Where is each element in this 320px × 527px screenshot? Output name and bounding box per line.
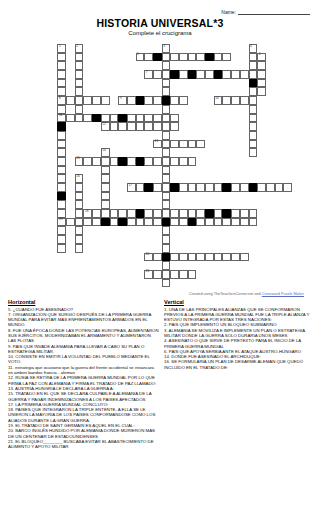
letter-cell[interactable] [162,61,171,70]
clue-number: 21 [146,270,150,273]
letter-cell[interactable] [249,61,258,70]
letter-cell[interactable] [153,218,162,227]
letter-cell[interactable] [136,122,145,131]
vertical-clues: Vertical 1. UNA DE LAS PRINCIPALES ALIAN… [164,299,316,450]
letter-cell[interactable] [240,209,249,218]
black-space-cell [144,183,153,192]
letter-cell[interactable] [162,79,171,88]
letter-cell[interactable] [75,183,84,192]
letter-cell[interactable] [222,70,231,79]
letter-cell[interactable] [75,226,84,235]
letter-cell[interactable] [179,253,188,262]
letter-cell[interactable] [188,157,197,166]
letter-cell[interactable] [110,122,119,131]
letter-cell[interactable] [196,253,205,262]
clue-item: 9. PAÍS QUE INVADE ALEMANIA PARA LLEVAR … [8,344,160,355]
letter-cell[interactable] [75,218,84,227]
letter-cell[interactable] [214,183,223,192]
clue-number: 17 [128,184,132,187]
letter-cell[interactable]: 11 [57,114,66,123]
letter-cell[interactable]: 14 [101,148,110,157]
letter-cell[interactable] [162,270,171,279]
clue-item: 4. ASESINATO O QUE SIRVE DE PRETEXTO PAR… [164,338,316,349]
clue-item: 16. SE FORMULARÍA UN PLAN DE DESARME ALE… [164,359,316,370]
letter-cell[interactable] [83,96,92,105]
letter-cell[interactable] [75,235,84,244]
letter-cell[interactable] [75,79,84,88]
black-space-cell [57,192,66,201]
letter-cell[interactable]: 17 [127,183,136,192]
letter-cell[interactable] [57,200,66,209]
letter-cell[interactable] [162,105,171,114]
letter-cell[interactable] [214,253,223,262]
black-space-cell [136,157,145,166]
letter-cell[interactable] [266,183,275,192]
black-space-cell [136,209,145,218]
letter-cell[interactable] [162,235,171,244]
letter-cell[interactable]: 19 [57,218,66,227]
credit-text: Created using TheTeachersCorner.net and [189,292,261,296]
letter-cell[interactable] [170,53,179,62]
letter-cell[interactable] [179,70,188,79]
letter-cell[interactable] [57,53,66,62]
letter-cell[interactable] [92,209,101,218]
letter-cell[interactable] [153,96,162,105]
letter-cell[interactable] [162,279,171,288]
clue-number: 15 [76,157,80,160]
letter-cell[interactable] [240,218,249,227]
letter-cell[interactable] [170,114,179,123]
letter-cell[interactable] [249,148,258,157]
letter-cell[interactable] [249,209,258,218]
black-space-cell [162,218,171,227]
letter-cell[interactable] [57,70,66,79]
letter-cell[interactable] [144,209,153,218]
letter-cell[interactable] [196,218,205,227]
clue-number: 19 [59,218,63,221]
clue-number: 4 [250,45,252,48]
letter-cell[interactable] [162,166,171,175]
letter-cell[interactable] [162,226,171,235]
black-space-cell [101,218,110,227]
letter-cell[interactable] [57,235,66,244]
letter-cell[interactable] [162,200,171,209]
black-space-cell [222,209,231,218]
letter-cell[interactable] [57,244,66,253]
clue-number: 11 [59,114,62,117]
letter-cell[interactable] [170,96,179,105]
clue-number: 1 [59,45,61,48]
letter-cell[interactable] [231,218,240,227]
horizontal-heading: Horizontal [8,299,160,305]
letter-cell[interactable] [144,53,153,62]
clue-item: 15. TRATADO EN EL QUE SE DECLARA CULPABL… [8,391,160,402]
letter-cell[interactable] [257,79,266,88]
letter-cell[interactable] [214,53,223,62]
horizontal-clue-list: 5. ¿CUÁNDO FUE ASESINADO?7. ORGANIZACIÓN… [8,307,160,450]
letter-cell[interactable] [110,209,119,218]
letter-cell[interactable] [179,140,188,149]
letter-cell[interactable] [153,122,162,131]
letter-cell[interactable] [101,96,110,105]
letter-cell[interactable] [57,157,66,166]
letter-cell[interactable] [257,61,266,70]
letter-cell[interactable] [144,96,153,105]
page-subtitle: Complete el crucigrama [0,30,320,36]
clue-number: 2 [76,45,78,48]
clue-item: 12. RUSIA SE RETIRA DE LA PRIMERA GUERRA… [8,375,160,386]
letter-cell[interactable] [75,70,84,79]
letter-cell[interactable] [188,183,197,192]
black-space-cell [118,218,127,227]
letter-cell[interactable] [83,114,92,123]
letter-cell[interactable] [196,209,205,218]
clue-item: 10. CONSISTE EN EMITIR LA VOLUNTAD DEL P… [8,354,160,365]
black-space-cell [170,70,179,79]
letter-cell[interactable] [249,122,258,131]
letter-cell[interactable] [196,70,205,79]
clue-number: 10 [215,97,219,100]
letter-cell[interactable] [57,226,66,235]
letter-cell[interactable] [101,209,110,218]
letter-cell[interactable]: 9 [118,96,127,105]
letter-cell[interactable] [162,157,171,166]
letter-cell[interactable] [196,53,205,62]
letter-cell[interactable] [170,122,179,131]
letter-cell[interactable] [231,209,240,218]
letter-cell[interactable] [57,87,66,96]
letter-cell[interactable] [153,114,162,123]
letter-cell[interactable] [257,70,266,79]
black-space-cell [249,79,258,88]
clue-item: 3. ALEMANIA SE MOVILIZA E IMPLEMENTE UN … [164,328,316,339]
letter-cell[interactable] [101,157,110,166]
letter-cell[interactable] [240,70,249,79]
letter-cell[interactable] [153,270,162,279]
letter-cell[interactable] [231,96,240,105]
black-space-cell [170,183,179,192]
letter-cell[interactable] [188,140,197,149]
letter-cell[interactable] [162,53,171,62]
black-space-cell [57,122,66,131]
letter-cell[interactable] [127,218,136,227]
crossword-grid[interactable]: 123456789101112131415161718192021 [40,44,301,287]
letter-cell[interactable] [188,270,197,279]
black-space-cell [136,96,145,105]
letter-cell[interactable]: 5 [136,53,145,62]
letter-cell[interactable] [153,157,162,166]
letter-cell[interactable] [75,114,84,123]
letter-cell[interactable] [249,140,258,149]
letter-cell[interactable] [240,183,249,192]
letter-cell[interactable]: 3 [162,44,171,53]
clue-number: 8 [59,97,61,100]
letter-cell[interactable] [75,87,84,96]
letter-cell[interactable]: 7 [144,70,153,79]
letter-cell[interactable]: 4 [249,44,258,53]
letter-cell[interactable] [240,253,249,262]
letter-cell[interactable] [249,70,258,79]
letter-cell[interactable] [66,114,75,123]
letter-cell[interactable] [57,140,66,149]
letter-cell[interactable] [101,114,110,123]
letter-cell[interactable] [249,53,258,62]
letter-cell[interactable] [188,209,197,218]
letter-cell[interactable] [179,157,188,166]
clue-number: 20 [146,253,150,256]
clue-number: 16 [76,175,80,178]
letter-cell[interactable] [205,218,214,227]
letter-cell[interactable] [101,192,110,201]
clue-item: 18. PAÍSES QUE INTEGRARON LA TRIPLE ENTE… [8,407,160,423]
clue-number: 6 [259,53,261,56]
letter-cell[interactable] [75,192,84,201]
letter-cell[interactable] [170,209,179,218]
letter-cell[interactable] [162,114,171,123]
credit-footer: Created using TheTeachersCorner.net and … [189,292,304,296]
page-title: HISTORIA UNIVERSAL*3 [0,17,320,29]
letter-cell[interactable] [275,183,284,192]
letter-cell[interactable] [75,53,84,62]
letter-cell[interactable] [75,244,84,253]
clue-item: 8. FUE UNA ÉPOCA DONDE LAS POTENCIAS EUR… [8,328,160,344]
clue-item: 7. ORGANIZACIÓN QUE SURGIÓ DESPUÉS DE LA… [8,312,160,328]
letter-cell[interactable] [205,183,214,192]
clue-number: 13 [154,140,158,143]
letter-cell[interactable]: 1 [57,44,66,53]
clue-item: 11. estrategia que ocasiono que la guerr… [8,365,160,376]
letter-cell[interactable]: 12 [101,122,110,131]
black-space-cell [153,53,162,62]
letter-cell[interactable] [249,87,258,96]
letter-cell[interactable] [127,96,136,105]
letter-cell[interactable] [214,209,223,218]
black-space-cell [188,70,197,79]
letter-cell[interactable] [83,157,92,166]
clue-number: 3 [163,45,165,48]
letter-cell[interactable] [170,218,179,227]
letter-cell[interactable] [222,53,231,62]
clue-number: 14 [102,149,106,152]
letter-cell[interactable] [231,253,240,262]
letter-cell[interactable] [127,122,136,131]
letter-cell[interactable] [205,70,214,79]
letter-cell[interactable] [188,53,197,62]
letter-cell[interactable] [144,122,153,131]
letter-cell[interactable] [101,166,110,175]
letter-cell[interactable] [57,148,66,157]
letter-cell[interactable] [66,96,75,105]
letter-cell[interactable] [162,209,171,218]
letter-cell[interactable] [170,253,179,262]
name-field[interactable]: Name: [221,8,310,15]
credit-link[interactable]: Crossword Puzzle Maker [262,292,304,296]
letter-cell[interactable] [57,166,66,175]
letter-cell[interactable] [179,183,188,192]
letter-cell[interactable] [170,157,179,166]
letter-cell[interactable] [92,218,101,227]
letter-cell[interactable] [101,200,110,209]
letter-cell[interactable] [75,96,84,105]
letter-cell[interactable] [75,105,84,114]
letter-cell[interactable] [214,218,223,227]
black-space-cell [249,183,258,192]
letter-cell[interactable] [249,218,258,227]
clue-item: 21. EL BLOQUEO________ BUSCABA EVITAR EL… [8,439,160,450]
clue-number: 9 [120,97,122,100]
letter-cell[interactable] [110,114,119,123]
letter-cell[interactable] [153,183,162,192]
letter-cell[interactable] [179,96,188,105]
black-space-cell [214,70,223,79]
letter-cell[interactable] [136,218,145,227]
black-space-cell [162,253,171,262]
letter-cell[interactable] [162,192,171,201]
letter-cell[interactable] [92,96,101,105]
clue-number: 12 [102,123,106,126]
letter-cell[interactable] [127,114,136,123]
letter-cell[interactable] [66,218,75,227]
letter-cell[interactable]: 10 [214,96,223,105]
name-label: Name: [221,9,236,15]
black-space-cell [205,209,214,218]
letter-cell[interactable] [179,53,188,62]
letter-cell[interactable] [127,157,136,166]
letter-cell[interactable] [231,70,240,79]
letter-cell[interactable] [162,183,171,192]
black-space-cell [162,96,171,105]
letter-cell[interactable] [196,183,205,192]
letter-cell[interactable] [136,183,145,192]
letter-cell[interactable] [75,200,84,209]
letter-cell[interactable] [179,209,188,218]
letter-cell[interactable] [249,131,258,140]
letter-cell[interactable] [222,218,231,227]
letter-cell[interactable] [249,105,258,114]
letter-cell[interactable] [57,131,66,140]
letter-cell[interactable] [162,261,171,270]
letter-cell[interactable] [231,183,240,192]
letter-cell[interactable] [162,87,171,96]
horizontal-clues: Horizontal 5. ¿CUÁNDO FUE ASESINADO?7. O… [8,299,160,450]
letter-cell[interactable] [118,122,127,131]
letter-cell[interactable] [136,114,145,123]
letter-cell[interactable] [249,114,258,123]
letter-cell[interactable] [162,131,171,140]
letter-cell[interactable] [83,218,92,227]
letter-cell[interactable]: 18 [83,209,92,218]
letter-cell[interactable] [162,122,171,131]
letter-cell[interactable] [170,140,179,149]
letter-cell[interactable] [179,218,188,227]
letter-cell[interactable] [179,270,188,279]
clue-item: 20. BARCO INGLÉS HUNDIDO POR ALEMANIA DO… [8,428,160,439]
letter-cell[interactable] [110,218,119,227]
letter-cell[interactable] [118,209,127,218]
black-space-cell [222,183,231,192]
letter-cell[interactable]: 15 [75,157,84,166]
letter-cell[interactable] [57,183,66,192]
black-space-cell [92,114,101,123]
letter-cell[interactable] [153,70,162,79]
vertical-heading: Vertical [164,299,316,305]
letter-cell[interactable] [75,61,84,70]
letter-cell[interactable] [101,183,110,192]
letter-cell[interactable] [153,253,162,262]
letter-cell[interactable] [57,79,66,88]
letter-cell[interactable] [162,70,171,79]
letter-cell[interactable]: 2 [75,44,84,53]
name-blank-line[interactable] [238,8,310,15]
clue-number: 5 [137,53,139,56]
letter-cell[interactable] [205,253,214,262]
black-space-cell [205,53,214,62]
letter-cell[interactable]: 16 [75,174,84,183]
letter-cell[interactable] [188,253,197,262]
letter-cell[interactable] [257,87,266,96]
letter-cell[interactable] [249,96,258,105]
letter-cell[interactable]: 6 [257,53,266,62]
black-space-cell [118,114,127,123]
letter-cell[interactable] [110,157,119,166]
letter-cell[interactable] [153,209,162,218]
letter-cell[interactable] [257,183,266,192]
letter-cell[interactable] [57,61,66,70]
letter-cell[interactable] [57,174,66,183]
letter-cell[interactable]: 13 [153,140,162,149]
letter-cell[interactable] [283,183,292,192]
letter-cell[interactable] [162,148,171,157]
black-space-cell [188,218,197,227]
worksheet-page: { "header": { "name_label": "Name:", "ti… [0,0,320,527]
black-space-cell [118,157,127,166]
letter-cell[interactable] [240,96,249,105]
letter-cell[interactable] [144,114,153,123]
letter-cell[interactable] [170,270,179,279]
letter-cell[interactable] [162,140,171,149]
letter-cell[interactable] [222,96,231,105]
letter-cell[interactable] [222,253,231,262]
letter-cell[interactable] [127,209,136,218]
letter-cell[interactable] [144,157,153,166]
letter-cell[interactable] [196,140,205,149]
clue-section: Horizontal 5. ¿CUÁNDO FUE ASESINADO?7. O… [8,299,316,450]
vertical-clue-list: 1. UNA DE LAS PRINCIPALES ALIANZAS QUE S… [164,307,316,371]
letter-cell[interactable]: 8 [57,96,66,105]
clue-item: 1. UNA DE LAS PRINCIPALES ALIANZAS QUE S… [164,307,316,323]
clue-number: 18 [85,210,89,213]
letter-cell[interactable] [75,209,84,218]
letter-cell[interactable] [162,174,171,183]
letter-cell[interactable] [162,244,171,253]
clue-number: 7 [146,71,148,74]
letter-cell[interactable]: 20 [144,253,153,262]
letter-cell[interactable] [144,218,153,227]
letter-cell[interactable] [92,157,101,166]
letter-cell[interactable] [101,174,110,183]
letter-cell[interactable]: 21 [144,270,153,279]
